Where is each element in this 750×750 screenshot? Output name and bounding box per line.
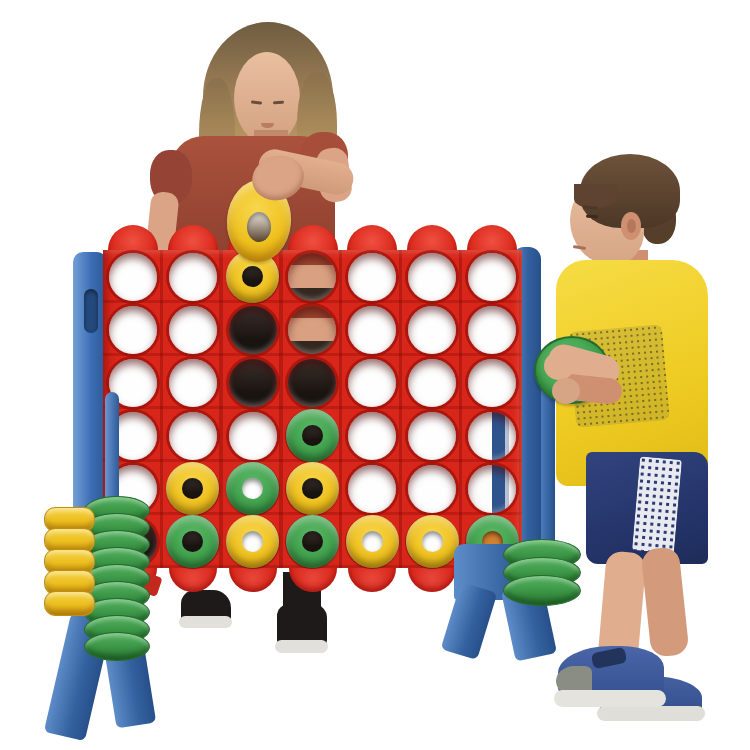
board-hole	[348, 412, 396, 460]
board-cell-r2c1	[103, 303, 163, 356]
board-cell-r6c5	[342, 515, 402, 568]
board-cell-r5c4	[283, 462, 343, 515]
green-ring	[286, 515, 339, 568]
board-cell-r2c4	[283, 303, 343, 356]
left-post-handle-slot	[84, 289, 98, 333]
ring-center-hole	[302, 425, 323, 446]
board-hole	[109, 253, 157, 301]
board-cell-r2c6	[402, 303, 462, 356]
board-hole	[468, 306, 516, 354]
board-hole	[468, 253, 516, 301]
board-cell-r4c5	[342, 409, 402, 462]
board-hole	[169, 306, 217, 354]
green-ring	[226, 462, 279, 515]
ring-center-hole	[242, 531, 263, 552]
board-grid	[103, 250, 522, 568]
board-hole	[348, 253, 396, 301]
board-cell-r3c6	[402, 356, 462, 409]
yellow-ring	[406, 515, 459, 568]
boy-back-shoe-sole	[597, 706, 705, 721]
yellow-ring	[346, 515, 399, 568]
board-cell-r4c6	[402, 409, 462, 462]
boy-front-shoe-sole	[554, 690, 666, 707]
board-cell-r3c3	[223, 356, 283, 409]
board-cell-r6c2	[163, 515, 223, 568]
board-hole	[348, 465, 396, 513]
board-cell-r3c7	[462, 356, 522, 409]
board-cell-r2c2	[163, 303, 223, 356]
giant-connect-four-photo	[0, 0, 750, 750]
board-hole	[288, 253, 336, 301]
held-yellow-ring-hole	[247, 212, 271, 242]
board-cell-r5c2	[163, 462, 223, 515]
yellow-ring	[286, 462, 339, 515]
board-hole	[408, 359, 456, 407]
board-cell-r1c2	[163, 250, 223, 303]
board-cell-r1c5	[342, 250, 402, 303]
board-hole	[229, 412, 277, 460]
ring-center-hole	[302, 531, 323, 552]
board-cell-r4c4	[283, 409, 343, 462]
board-hole	[169, 359, 217, 407]
board-cell-r1c6	[402, 250, 462, 303]
board-cell-r2c7	[462, 303, 522, 356]
yellow-ring	[226, 515, 279, 568]
ring-center-hole	[242, 266, 263, 287]
board-hole	[408, 412, 456, 460]
board-cell-r2c5	[342, 303, 402, 356]
board-hole	[408, 253, 456, 301]
ring-center-hole	[242, 478, 263, 499]
boy-shorts-side-panel	[632, 456, 682, 553]
board-cell-r3c5	[342, 356, 402, 409]
board-cell-r5c5	[342, 462, 402, 515]
yellow-ring	[166, 462, 219, 515]
board-hole	[408, 465, 456, 513]
board-hole	[169, 412, 217, 460]
board-hole	[468, 465, 516, 513]
stacked-green-ring	[503, 575, 581, 606]
board-cell-r4c2	[163, 409, 223, 462]
board-cell-r1c1	[103, 250, 163, 303]
board-cell-r5c3	[223, 462, 283, 515]
boy-ear-inner	[627, 219, 636, 233]
ring-center-hole	[362, 531, 383, 552]
boy-hair-fringe	[574, 184, 618, 208]
board-hole	[468, 359, 516, 407]
board-hole	[408, 306, 456, 354]
board-cell-r3c2	[163, 356, 223, 409]
board-hole	[229, 306, 277, 354]
woman-left-shoe-sole	[179, 616, 232, 628]
board-cell-r5c6	[402, 462, 462, 515]
ring-center-hole	[182, 478, 203, 499]
board-cell-r1c4	[283, 250, 343, 303]
ring-center-hole	[422, 531, 443, 552]
board-hole	[288, 359, 336, 407]
green-ring	[286, 409, 339, 462]
boy-upper-hand	[544, 352, 574, 380]
board-cell-r3c4	[283, 356, 343, 409]
board-cell-r2c3	[223, 303, 283, 356]
board-cell-r6c4	[283, 515, 343, 568]
woman-right-shoe-sole	[275, 640, 328, 653]
board-cell-r4c7	[462, 409, 522, 462]
board-cell-r5c7	[462, 462, 522, 515]
right-leg-front-foot	[441, 582, 498, 660]
board-cell-r1c7	[462, 250, 522, 303]
stacked-green-ring	[84, 632, 150, 661]
board-hole	[468, 412, 516, 460]
board-hole	[348, 306, 396, 354]
board-cell-r6c3	[223, 515, 283, 568]
stacked-yellow-ring	[44, 591, 95, 616]
board-hole	[288, 306, 336, 354]
boy-lower-hand	[552, 378, 580, 404]
board-hole	[169, 253, 217, 301]
ring-center-hole	[182, 531, 203, 552]
board-cell-r4c3	[223, 409, 283, 462]
board-hole	[348, 359, 396, 407]
green-ring	[166, 515, 219, 568]
ring-center-hole	[302, 478, 323, 499]
board-hole	[229, 359, 277, 407]
board-hole	[109, 306, 157, 354]
